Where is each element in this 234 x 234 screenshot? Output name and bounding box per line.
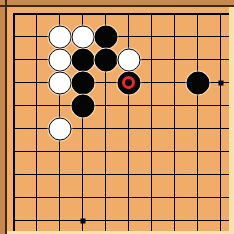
white-stone xyxy=(48,48,71,71)
grid-line-vertical-9 xyxy=(197,13,198,231)
white-stone xyxy=(117,48,140,71)
white-stone xyxy=(48,25,71,48)
white-stone xyxy=(71,25,94,48)
grid-line-vertical-1 xyxy=(13,13,15,231)
black-stone xyxy=(94,25,117,48)
grid-line-vertical-10 xyxy=(220,13,221,231)
grid-line-vertical-2 xyxy=(36,13,37,231)
grid-line-vertical-8 xyxy=(174,13,175,231)
grid-line-horizontal-10 xyxy=(13,220,230,221)
grid-line-horizontal-9 xyxy=(13,197,230,198)
star-point-D10 xyxy=(80,218,85,223)
crop-edge-right xyxy=(229,7,234,234)
crop-edge-bottom xyxy=(7,231,234,234)
black-stone xyxy=(117,71,140,94)
black-stone xyxy=(71,71,94,94)
star-point-K16 xyxy=(218,80,223,85)
go-board[interactable] xyxy=(0,0,234,234)
black-stone xyxy=(186,71,209,94)
white-stone xyxy=(48,117,71,140)
white-stone xyxy=(48,71,71,94)
black-stone xyxy=(94,48,117,71)
board-frame-edge-line-left xyxy=(5,0,7,234)
grid-line-vertical-6 xyxy=(128,13,129,231)
red-circle-marker xyxy=(122,76,135,89)
black-stone xyxy=(71,48,94,71)
black-stone xyxy=(71,94,94,117)
board-frame-edge-line-top xyxy=(0,5,234,7)
grid-line-vertical-7 xyxy=(151,13,152,231)
